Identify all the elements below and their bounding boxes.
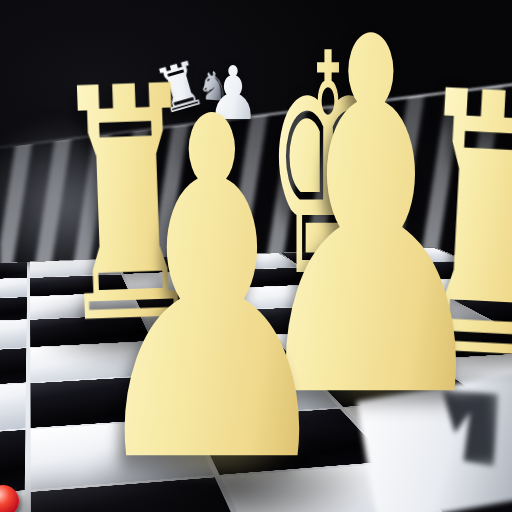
chess-3d-render-scene: ♜♞♟♜♚♜♟♟ bbox=[0, 0, 512, 512]
piece-pawn-front-left: ♟ bbox=[81, 58, 342, 512]
